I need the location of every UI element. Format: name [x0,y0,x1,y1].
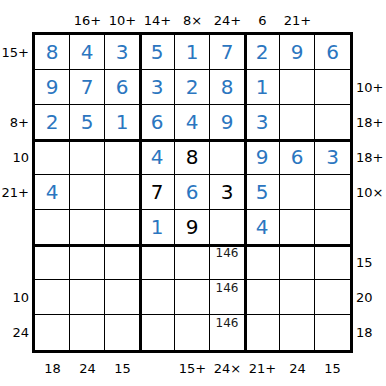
cell-r7c1[interactable] [35,245,70,280]
cell-r7c7[interactable] [245,245,280,280]
entered-digit-r4c8: 6 [291,147,304,167]
entered-digit-r3c5: 4 [186,112,199,132]
entered-digit-r3c6: 9 [221,112,234,132]
cell-r1c4[interactable]: 5 [140,35,175,70]
cell-r3c6[interactable]: 9 [210,105,245,140]
entered-digit-r1c6: 7 [221,42,234,62]
cell-r1c1[interactable]: 8 [35,35,70,70]
cell-r9c9[interactable] [315,315,350,350]
clue-bottom-1: 18 [35,357,70,381]
entered-digit-r2c2: 7 [81,77,94,97]
cell-r3c2[interactable]: 5 [70,105,105,140]
bottom-clues: 18241515+24×21+2415 [35,357,350,381]
entered-digit-r1c3: 3 [116,42,129,62]
entered-digit-r6c4: 1 [151,217,164,237]
cell-r9c3[interactable] [105,315,140,350]
cell-r2c5[interactable]: 2 [175,70,210,105]
entered-digit-r2c3: 6 [116,77,129,97]
cell-r9c8[interactable] [280,315,315,350]
entered-digit-r4c7: 9 [256,147,269,167]
cell-r9c1[interactable] [35,315,70,350]
cell-r3c5[interactable]: 4 [175,105,210,140]
clue-right-2: 10+ [354,70,386,105]
cell-r8c8[interactable] [280,280,315,315]
cell-r4c6[interactable] [210,140,245,175]
cell-r3c9[interactable] [315,105,350,140]
clue-left-8: 10 [0,280,32,315]
box-divider-horizontal-2 [35,244,350,247]
cell-r2c7[interactable]: 1 [245,70,280,105]
given-digit-r5c6: 3 [221,182,234,202]
top-clues: 16+10+14+8×24+621+ [35,6,350,32]
clue-top-7: 6 [245,6,280,32]
cell-r6c6[interactable] [210,210,245,245]
cell-r5c7[interactable]: 5 [245,175,280,210]
entered-digit-r5c7: 5 [256,182,269,202]
cell-r2c2[interactable]: 7 [70,70,105,105]
cell-r5c4[interactable]: 7 [140,175,175,210]
entered-digit-r5c1: 4 [46,182,59,202]
cell-r7c4[interactable] [140,245,175,280]
clue-right-7: 15 [354,245,386,280]
puzzle-page: 16+10+14+8×24+621+ 18241515+24×21+2415 1… [0,0,386,386]
clue-right-8: 20 [354,280,386,315]
cell-r2c3[interactable]: 6 [105,70,140,105]
clue-top-1 [35,6,70,32]
entered-digit-r1c4: 5 [151,42,164,62]
right-clues: 10+18+18+10×152018 [354,35,386,350]
entered-digit-r1c8: 9 [291,42,304,62]
entered-digit-r1c1: 8 [46,42,59,62]
cell-r1c2[interactable]: 4 [70,35,105,70]
cell-r9c7[interactable] [245,315,280,350]
entered-digit-r2c1: 9 [46,77,59,97]
cell-r5c5[interactable]: 6 [175,175,210,210]
cell-r2c4[interactable]: 3 [140,70,175,105]
cell-r8c9[interactable] [315,280,350,315]
clue-left-7 [0,245,32,280]
clue-left-6 [0,210,32,245]
cell-r1c3[interactable]: 3 [105,35,140,70]
clue-right-4: 18+ [354,140,386,175]
cell-r2c8[interactable] [280,70,315,105]
cell-r6c1[interactable] [35,210,70,245]
clue-bottom-6: 24× [210,357,245,381]
box-divider-vertical-1 [139,35,142,350]
cell-r4c4[interactable]: 4 [140,140,175,175]
cell-r9c6[interactable]: 146 [210,315,245,350]
entered-digit-r3c4: 6 [151,112,164,132]
cell-r6c7[interactable]: 4 [245,210,280,245]
entered-digit-r2c4: 3 [151,77,164,97]
cell-r4c3[interactable] [105,140,140,175]
cell-r7c3[interactable] [105,245,140,280]
clue-bottom-7: 21+ [245,357,280,381]
cell-r9c5[interactable] [175,315,210,350]
cell-r4c5[interactable]: 8 [175,140,210,175]
cell-r5c3[interactable] [105,175,140,210]
cell-r6c3[interactable] [105,210,140,245]
entered-digit-r1c9: 6 [326,42,339,62]
entered-digit-r4c4: 4 [151,147,164,167]
cell-r3c8[interactable] [280,105,315,140]
clue-top-2: 16+ [70,6,105,32]
cell-r8c3[interactable] [105,280,140,315]
cell-r6c8[interactable] [280,210,315,245]
cell-r3c7[interactable]: 3 [245,105,280,140]
cell-r5c6[interactable]: 3 [210,175,245,210]
entered-digit-r1c7: 2 [256,42,269,62]
cell-r6c2[interactable] [70,210,105,245]
cell-r5c1[interactable]: 4 [35,175,70,210]
cell-r5c2[interactable] [70,175,105,210]
cell-r4c1[interactable] [35,140,70,175]
cell-r2c9[interactable] [315,70,350,105]
entered-digit-r2c6: 8 [221,77,234,97]
given-digit-r5c4: 7 [151,182,164,202]
cell-r6c4[interactable]: 1 [140,210,175,245]
clue-left-1: 15+ [0,35,32,70]
clue-top-6: 24+ [210,6,245,32]
cell-r1c8[interactable]: 9 [280,35,315,70]
cell-r8c7[interactable] [245,280,280,315]
cell-r3c1[interactable]: 2 [35,105,70,140]
candidates-r8c6: 146 [210,282,244,294]
clue-top-4: 14+ [140,6,175,32]
cell-r7c2[interactable] [70,245,105,280]
cell-r8c1[interactable] [35,280,70,315]
cell-r8c6[interactable]: 146 [210,280,245,315]
clue-bottom-9: 15 [315,357,350,381]
cell-r3c3[interactable]: 1 [105,105,140,140]
clue-bottom-3: 15 [105,357,140,381]
clue-top-9 [315,6,350,32]
entered-digit-r3c3: 1 [116,112,129,132]
left-clues: 15+8+1021+1024 [0,35,32,350]
clue-right-3: 18+ [354,105,386,140]
clue-left-5: 21+ [0,175,32,210]
clue-left-2 [0,70,32,105]
board: 8435172969763281251649348963476351941461… [32,32,353,353]
cell-r1c7[interactable]: 2 [245,35,280,70]
cell-r8c4[interactable] [140,280,175,315]
clue-right-5: 10× [354,175,386,210]
given-digit-r4c5: 8 [186,147,199,167]
cell-r7c9[interactable] [315,245,350,280]
cell-r2c1[interactable]: 9 [35,70,70,105]
entered-digit-r3c1: 2 [46,112,59,132]
cell-r5c8[interactable] [280,175,315,210]
entered-digit-r5c5: 6 [186,182,199,202]
entered-digit-r2c7: 1 [256,77,269,97]
cell-r1c6[interactable]: 7 [210,35,245,70]
cell-r9c2[interactable] [70,315,105,350]
clue-top-5: 8× [175,6,210,32]
clue-bottom-2: 24 [70,357,105,381]
cell-r8c5[interactable] [175,280,210,315]
entered-digit-r1c2: 4 [81,42,94,62]
clue-right-6 [354,210,386,245]
cell-r8c2[interactable] [70,280,105,315]
box-divider-horizontal-1 [35,139,350,142]
cell-r4c9[interactable]: 3 [315,140,350,175]
clue-bottom-5: 15+ [175,357,210,381]
cell-r1c5[interactable]: 1 [175,35,210,70]
clue-top-3: 10+ [105,6,140,32]
cell-r4c8[interactable]: 6 [280,140,315,175]
cell-r7c6[interactable]: 146 [210,245,245,280]
entered-digit-r3c2: 5 [81,112,94,132]
given-digit-r6c5: 9 [186,217,199,237]
cell-r6c5[interactable]: 9 [175,210,210,245]
entered-digit-r2c5: 2 [186,77,199,97]
cell-r7c5[interactable] [175,245,210,280]
clue-bottom-8: 24 [280,357,315,381]
cell-r9c4[interactable] [140,315,175,350]
clue-left-4: 10 [0,140,32,175]
entered-digit-r4c9: 3 [326,147,339,167]
cell-r7c8[interactable] [280,245,315,280]
clue-right-9: 18 [354,315,386,350]
clue-left-9: 24 [0,315,32,350]
box-divider-vertical-2 [244,35,247,350]
cell-r5c9[interactable] [315,175,350,210]
cell-r1c9[interactable]: 6 [315,35,350,70]
cell-r4c7[interactable]: 9 [245,140,280,175]
cell-r4c2[interactable] [70,140,105,175]
candidates-r7c6: 146 [210,247,244,259]
cell-r2c6[interactable]: 8 [210,70,245,105]
clue-left-3: 8+ [0,105,32,140]
cell-r3c4[interactable]: 6 [140,105,175,140]
clue-top-8: 21+ [280,6,315,32]
cell-r6c9[interactable] [315,210,350,245]
entered-digit-r1c5: 1 [186,42,199,62]
candidates-r9c6: 146 [210,317,244,329]
entered-digit-r6c7: 4 [256,217,269,237]
clue-right-1 [354,35,386,70]
clue-bottom-4 [140,357,175,381]
entered-digit-r3c7: 3 [256,112,269,132]
